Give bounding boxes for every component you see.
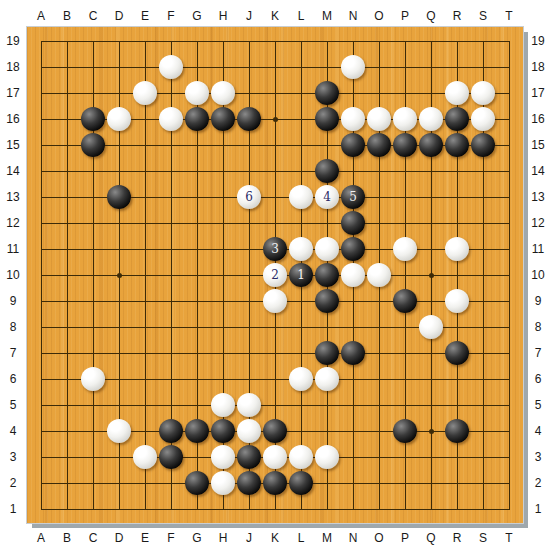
black-stone-M9	[315, 289, 339, 313]
white-stone-R9	[445, 289, 469, 313]
white-stone-C6	[81, 367, 105, 391]
white-stone-Q16	[419, 107, 443, 131]
column-label: Q	[418, 530, 444, 546]
column-label: A	[28, 530, 54, 546]
column-label: H	[210, 8, 236, 24]
column-labels-top: ABCDEFGHJKLMNOPQRST	[28, 8, 522, 24]
white-stone-G17	[185, 81, 209, 105]
row-label: 7	[527, 340, 549, 366]
column-label: O	[366, 530, 392, 546]
column-label: N	[340, 8, 366, 24]
black-stone-R4	[445, 419, 469, 443]
row-label: 12	[527, 210, 549, 236]
move-number: 3	[271, 242, 279, 256]
row-label: 1	[527, 496, 549, 522]
white-stone-R17	[445, 81, 469, 105]
black-stone-D13	[107, 185, 131, 209]
row-label: 4	[527, 418, 549, 444]
go-board: 645321	[27, 27, 523, 523]
black-stone-F3	[159, 445, 183, 469]
column-label: E	[132, 8, 158, 24]
black-stone-J3	[237, 445, 261, 469]
row-label: 14	[527, 158, 549, 184]
row-label: 9	[527, 288, 549, 314]
column-label: M	[314, 530, 340, 546]
black-stone-R7	[445, 341, 469, 365]
column-label: O	[366, 8, 392, 24]
go-board-diagram: ABCDEFGHJKLMNOPQRST ABCDEFGHJKLMNOPQRST …	[0, 0, 550, 550]
white-stone-M11	[315, 237, 339, 261]
row-label: 14	[2, 158, 24, 184]
star-point	[429, 273, 434, 278]
black-stone-P4	[393, 419, 417, 443]
column-label: D	[106, 530, 132, 546]
row-label: 11	[527, 236, 549, 262]
black-stone-P15	[393, 133, 417, 157]
column-label: J	[236, 530, 262, 546]
row-label: 15	[527, 132, 549, 158]
move-number: 2	[271, 268, 279, 282]
black-stone-J2	[237, 471, 261, 495]
column-label: K	[262, 530, 288, 546]
row-label: 10	[2, 262, 24, 288]
white-stone-K3	[263, 445, 287, 469]
white-stone-J4	[237, 419, 261, 443]
row-label: 6	[527, 366, 549, 392]
white-stone-F16	[159, 107, 183, 131]
row-label: 10	[527, 262, 549, 288]
row-label: 11	[2, 236, 24, 262]
white-stone-Q8	[419, 315, 443, 339]
row-label: 18	[527, 54, 549, 80]
black-stone-R16	[445, 107, 469, 131]
white-stone-L13	[289, 185, 313, 209]
column-label: F	[158, 8, 184, 24]
row-label: 4	[2, 418, 24, 444]
column-label: D	[106, 8, 132, 24]
column-label: S	[470, 8, 496, 24]
row-label: 2	[527, 470, 549, 496]
row-label: 17	[527, 80, 549, 106]
row-label: 1	[2, 496, 24, 522]
star-point	[429, 429, 434, 434]
black-stone-H4	[211, 419, 235, 443]
white-stone-N16	[341, 107, 365, 131]
star-point	[117, 273, 122, 278]
column-label: T	[496, 8, 522, 24]
row-label: 7	[2, 340, 24, 366]
black-stone-G4	[185, 419, 209, 443]
row-label: 3	[527, 444, 549, 470]
column-label: T	[496, 530, 522, 546]
black-stone-C16	[81, 107, 105, 131]
move-number: 6	[245, 190, 253, 204]
black-stone-O15	[367, 133, 391, 157]
white-stone-K10: 2	[263, 263, 287, 287]
black-stone-H16	[211, 107, 235, 131]
black-stone-R15	[445, 133, 469, 157]
row-label: 13	[527, 184, 549, 210]
column-label: K	[262, 8, 288, 24]
column-label: F	[158, 530, 184, 546]
black-stone-J16	[237, 107, 261, 131]
white-stone-L11	[289, 237, 313, 261]
black-stone-N11	[341, 237, 365, 261]
move-number: 1	[297, 268, 305, 282]
column-label: C	[80, 8, 106, 24]
white-stone-L6	[289, 367, 313, 391]
row-label: 16	[2, 106, 24, 132]
column-label: Q	[418, 8, 444, 24]
row-label: 17	[2, 80, 24, 106]
black-stone-L2	[289, 471, 313, 495]
column-label: J	[236, 8, 262, 24]
row-label: 18	[2, 54, 24, 80]
column-label: P	[392, 8, 418, 24]
row-label: 8	[2, 314, 24, 340]
white-stone-R11	[445, 237, 469, 261]
white-stone-H2	[211, 471, 235, 495]
column-label: R	[444, 8, 470, 24]
black-stone-G16	[185, 107, 209, 131]
black-stone-N12	[341, 211, 365, 235]
column-label: E	[132, 530, 158, 546]
row-labels-left: 19181716151413121110987654321	[2, 28, 24, 522]
black-stone-N7	[341, 341, 365, 365]
black-stone-M10	[315, 263, 339, 287]
white-stone-P11	[393, 237, 417, 261]
white-stone-O16	[367, 107, 391, 131]
column-label: B	[54, 8, 80, 24]
black-stone-Q15	[419, 133, 443, 157]
white-stone-O10	[367, 263, 391, 287]
row-label: 13	[2, 184, 24, 210]
white-stone-F18	[159, 55, 183, 79]
row-label: 6	[2, 366, 24, 392]
white-stone-P16	[393, 107, 417, 131]
row-label: 5	[2, 392, 24, 418]
white-stone-M13: 4	[315, 185, 339, 209]
white-stone-J5	[237, 393, 261, 417]
black-stone-F4	[159, 419, 183, 443]
black-stone-K11: 3	[263, 237, 287, 261]
row-label: 2	[2, 470, 24, 496]
column-label: N	[340, 530, 366, 546]
column-label: P	[392, 530, 418, 546]
row-label: 3	[2, 444, 24, 470]
white-stone-N18	[341, 55, 365, 79]
row-label: 9	[2, 288, 24, 314]
black-stone-S15	[471, 133, 495, 157]
move-number: 5	[349, 190, 357, 204]
black-stone-P9	[393, 289, 417, 313]
column-label: R	[444, 530, 470, 546]
black-stone-M14	[315, 159, 339, 183]
column-label: G	[184, 530, 210, 546]
column-label: C	[80, 530, 106, 546]
white-stone-H3	[211, 445, 235, 469]
white-stone-E3	[133, 445, 157, 469]
move-number: 4	[323, 190, 331, 204]
black-stone-G2	[185, 471, 209, 495]
white-stone-E17	[133, 81, 157, 105]
black-stone-K2	[263, 471, 287, 495]
black-stone-N15	[341, 133, 365, 157]
black-stone-M16	[315, 107, 339, 131]
white-stone-D16	[107, 107, 131, 131]
row-label: 15	[2, 132, 24, 158]
row-labels-right: 19181716151413121110987654321	[527, 28, 549, 522]
column-label: B	[54, 530, 80, 546]
row-label: 19	[2, 28, 24, 54]
white-stone-H17	[211, 81, 235, 105]
white-stone-M6	[315, 367, 339, 391]
white-stone-S17	[471, 81, 495, 105]
star-point	[273, 117, 278, 122]
row-label: 12	[2, 210, 24, 236]
white-stone-M3	[315, 445, 339, 469]
black-stone-K4	[263, 419, 287, 443]
white-stone-L3	[289, 445, 313, 469]
white-stone-H5	[211, 393, 235, 417]
column-label: M	[314, 8, 340, 24]
row-label: 19	[527, 28, 549, 54]
column-label: L	[288, 8, 314, 24]
black-stone-M7	[315, 341, 339, 365]
white-stone-N10	[341, 263, 365, 287]
black-stone-C15	[81, 133, 105, 157]
white-stone-S16	[471, 107, 495, 131]
black-stone-M17	[315, 81, 339, 105]
column-labels-bottom: ABCDEFGHJKLMNOPQRST	[28, 530, 522, 546]
row-label: 8	[527, 314, 549, 340]
column-label: H	[210, 530, 236, 546]
row-label: 5	[527, 392, 549, 418]
column-label: A	[28, 8, 54, 24]
column-label: G	[184, 8, 210, 24]
white-stone-K9	[263, 289, 287, 313]
black-stone-L10: 1	[289, 263, 313, 287]
white-stone-J13: 6	[237, 185, 261, 209]
board-play-area[interactable]: 645321	[28, 28, 522, 522]
column-label: S	[470, 530, 496, 546]
row-label: 16	[527, 106, 549, 132]
column-label: L	[288, 530, 314, 546]
black-stone-N13: 5	[341, 185, 365, 209]
white-stone-D4	[107, 419, 131, 443]
